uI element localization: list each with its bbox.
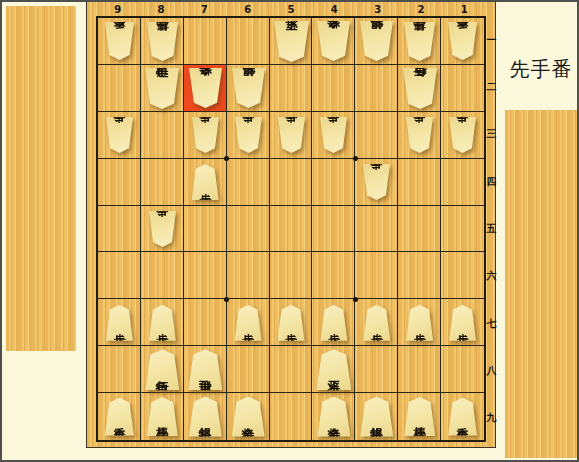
file-label: 1	[443, 2, 486, 16]
piece-body: 桂馬	[147, 22, 178, 61]
piece-kanji: 歩兵	[328, 133, 340, 138]
shogi-piece-3d[interactable]: 歩兵	[363, 164, 390, 200]
piece-kanji: 桂馬	[156, 414, 168, 419]
shogi-app: 987654321 香車桂馬王将金将銀将桂馬香車飛車金将銀将角行歩兵歩兵歩兵歩兵…	[0, 0, 579, 462]
piece-body: 歩兵	[106, 117, 133, 153]
piece-body: 飛車	[145, 68, 179, 109]
rank-label: 一	[486, 16, 497, 63]
square-7a[interactable]	[184, 18, 227, 65]
square-2f[interactable]	[398, 252, 441, 299]
square-7f[interactable]	[184, 252, 227, 299]
shogi-board: 987654321 香車桂馬王将金将銀将桂馬香車飛車金将銀将角行歩兵歩兵歩兵歩兵…	[86, 2, 496, 448]
turn-indicator: 先手番	[502, 56, 579, 83]
piece-body: 金将	[189, 68, 222, 108]
piece-kanji: 香車	[457, 39, 469, 44]
file-label: 4	[313, 2, 356, 16]
piece-body: 歩兵	[449, 117, 476, 153]
rank-labels: 一二三四五六七八九	[486, 16, 497, 442]
square-3f[interactable]	[355, 252, 398, 299]
piece-body: 王将	[274, 21, 309, 62]
piece-kanji: 歩兵	[371, 180, 383, 185]
shogi-piece-5a[interactable]: 王将	[274, 21, 309, 62]
square-3h[interactable]	[355, 346, 398, 393]
square-6a[interactable]	[227, 18, 270, 65]
shogi-piece-7h[interactable]: 飛車	[188, 349, 222, 390]
piece-body: 玉将	[316, 349, 351, 390]
square-5i[interactable]	[270, 393, 313, 440]
piece-kanji: 銀将	[199, 414, 212, 419]
file-label: 3	[356, 2, 399, 16]
piece-body: 銀将	[232, 68, 265, 108]
piece-kanji: 歩兵	[113, 320, 125, 325]
square-9e[interactable]	[98, 206, 141, 253]
piece-body: 角行	[403, 68, 437, 109]
shogi-piece-1c[interactable]: 歩兵	[449, 117, 476, 153]
rank-label: 九	[486, 395, 497, 442]
shogi-piece-7i[interactable]: 銀将	[189, 397, 222, 437]
piece-kanji: 金将	[199, 86, 212, 91]
file-label: 8	[139, 2, 182, 16]
square-6e[interactable]	[227, 206, 270, 253]
piece-body: 桂馬	[404, 22, 435, 61]
rank-label: 五	[486, 205, 497, 252]
square-2d[interactable]	[398, 159, 441, 206]
shogi-piece-9g[interactable]: 歩兵	[106, 305, 133, 341]
shogi-piece-9c[interactable]: 歩兵	[106, 117, 133, 153]
square-9h[interactable]	[98, 346, 141, 393]
shogi-piece-2i[interactable]: 桂馬	[404, 397, 435, 436]
piece-body: 香車	[105, 22, 134, 60]
square-9f[interactable]	[98, 252, 141, 299]
square-4d[interactable]	[312, 159, 355, 206]
rank-label: 七	[486, 300, 497, 347]
piece-kanji: 歩兵	[457, 133, 469, 138]
piece-body: 銀将	[360, 397, 393, 437]
piece-body: 飛車	[188, 349, 222, 390]
square-1h[interactable]	[441, 346, 484, 393]
shogi-piece-6g[interactable]: 歩兵	[235, 305, 262, 341]
piece-kanji: 金将	[327, 39, 340, 44]
piece-kanji: 香車	[113, 414, 125, 419]
shogi-piece-8b[interactable]: 飛車	[145, 68, 179, 109]
shogi-piece-8i[interactable]: 桂馬	[147, 397, 178, 436]
square-2e[interactable]	[398, 206, 441, 253]
square-5e[interactable]	[270, 206, 313, 253]
piece-kanji: 歩兵	[285, 133, 297, 138]
square-4b[interactable]	[312, 65, 355, 112]
file-label: 7	[183, 2, 226, 16]
shogi-piece-1a[interactable]: 香車	[448, 22, 477, 60]
piece-kanji: 歩兵	[199, 180, 211, 185]
shogi-piece-7b[interactable]: 金将	[189, 68, 222, 108]
square-3c[interactable]	[355, 112, 398, 159]
piece-kanji: 香車	[457, 414, 469, 419]
square-1d[interactable]	[441, 159, 484, 206]
piece-kanji: 銀将	[370, 414, 383, 419]
piece-kanji: 角行	[156, 367, 169, 372]
shogi-piece-6i[interactable]: 金将	[232, 397, 265, 437]
piece-kanji: 香車	[113, 39, 125, 44]
shogi-piece-4c[interactable]: 歩兵	[320, 117, 347, 153]
piece-kanji: 歩兵	[199, 133, 211, 138]
piece-body: 歩兵	[406, 117, 433, 153]
square-4e[interactable]	[312, 206, 355, 253]
piece-body: 歩兵	[192, 117, 219, 153]
piece-body: 歩兵	[278, 305, 305, 341]
square-5h[interactable]	[270, 346, 313, 393]
piece-kanji: 桂馬	[414, 39, 426, 44]
square-3e[interactable]	[355, 206, 398, 253]
shogi-piece-9a[interactable]: 香車	[105, 22, 134, 60]
shogi-piece-2a[interactable]: 桂馬	[404, 22, 435, 61]
square-8f[interactable]	[141, 252, 184, 299]
piece-body: 角行	[145, 349, 179, 390]
file-label: 2	[399, 2, 442, 16]
square-9d[interactable]	[98, 159, 141, 206]
piece-kanji: 飛車	[156, 86, 169, 91]
shogi-piece-2b[interactable]: 角行	[403, 68, 437, 109]
piece-kanji: 歩兵	[371, 320, 383, 325]
piece-body: 金将	[317, 397, 350, 437]
star-point	[224, 297, 229, 302]
shogi-piece-3g[interactable]: 歩兵	[363, 305, 390, 341]
square-5f[interactable]	[270, 252, 313, 299]
piece-kanji: 歩兵	[414, 320, 426, 325]
shogi-piece-2g[interactable]: 歩兵	[406, 305, 433, 341]
rank-label: 二	[486, 63, 497, 110]
piece-body: 歩兵	[192, 164, 219, 200]
piece-kanji: 銀将	[370, 39, 383, 44]
piece-kanji: 王将	[285, 39, 298, 44]
shogi-piece-5g[interactable]: 歩兵	[278, 305, 305, 341]
piece-body: 歩兵	[363, 164, 390, 200]
shogi-piece-9i[interactable]: 香車	[105, 398, 134, 436]
shogi-piece-3a[interactable]: 銀将	[360, 21, 393, 61]
piece-kanji: 歩兵	[457, 320, 469, 325]
piece-kanji: 歩兵	[414, 133, 426, 138]
shogi-piece-8a[interactable]: 桂馬	[147, 22, 178, 61]
piece-kanji: 金将	[242, 414, 255, 419]
piece-body: 歩兵	[406, 305, 433, 341]
shogi-piece-8h[interactable]: 角行	[145, 349, 179, 390]
shogi-piece-7c[interactable]: 歩兵	[192, 117, 219, 153]
piece-body: 銀将	[189, 397, 222, 437]
piece-body: 桂馬	[147, 397, 178, 436]
piece-body: 金将	[232, 397, 265, 437]
piece-kanji: 歩兵	[156, 227, 168, 232]
file-label: 5	[269, 2, 312, 16]
shogi-piece-4i[interactable]: 金将	[317, 397, 350, 437]
shogi-piece-8e[interactable]: 歩兵	[149, 211, 176, 247]
shogi-piece-2c[interactable]: 歩兵	[406, 117, 433, 153]
piece-body: 香車	[448, 398, 477, 436]
square-4f[interactable]	[312, 252, 355, 299]
piece-body: 金将	[317, 21, 350, 61]
piece-body: 銀将	[360, 21, 393, 61]
piece-body: 歩兵	[320, 117, 347, 153]
shogi-piece-4h[interactable]: 玉将	[316, 349, 351, 390]
shogi-piece-1i[interactable]: 香車	[448, 398, 477, 436]
rank-label: 八	[486, 347, 497, 394]
star-point	[353, 156, 358, 161]
shogi-piece-6c[interactable]: 歩兵	[235, 117, 262, 153]
piece-kanji: 歩兵	[285, 320, 297, 325]
piece-body: 歩兵	[149, 305, 176, 341]
file-label: 9	[96, 2, 139, 16]
rank-label: 六	[486, 253, 497, 300]
shogi-piece-7d[interactable]: 歩兵	[192, 164, 219, 200]
piece-kanji: 歩兵	[156, 320, 168, 325]
piece-body: 香車	[105, 398, 134, 436]
piece-kanji: 歩兵	[328, 320, 340, 325]
piece-kanji: 金将	[327, 414, 340, 419]
piece-kanji: 歩兵	[113, 133, 125, 138]
square-1b[interactable]	[441, 65, 484, 112]
shogi-piece-4a[interactable]: 金将	[317, 21, 350, 61]
square-6h[interactable]	[227, 346, 270, 393]
shogi-piece-4g[interactable]: 歩兵	[320, 305, 347, 341]
square-2h[interactable]	[398, 346, 441, 393]
square-7g[interactable]	[184, 299, 227, 346]
piece-kanji: 桂馬	[156, 39, 168, 44]
square-6d[interactable]	[227, 159, 270, 206]
rank-label: 四	[486, 158, 497, 205]
gote-piece-stand	[6, 6, 76, 351]
square-7e[interactable]	[184, 206, 227, 253]
star-point	[353, 297, 358, 302]
square-5d[interactable]	[270, 159, 313, 206]
square-3b[interactable]	[355, 65, 398, 112]
piece-body: 歩兵	[278, 117, 305, 153]
piece-body: 歩兵	[149, 211, 176, 247]
shogi-piece-5c[interactable]: 歩兵	[278, 117, 305, 153]
piece-kanji: 銀将	[242, 86, 255, 91]
shogi-piece-1g[interactable]: 歩兵	[449, 305, 476, 341]
piece-body: 歩兵	[363, 305, 390, 341]
board-grid: 香車桂馬王将金将銀将桂馬香車飛車金将銀将角行歩兵歩兵歩兵歩兵歩兵歩兵歩兵歩兵歩兵…	[96, 16, 486, 442]
piece-body: 香車	[448, 22, 477, 60]
piece-body: 歩兵	[449, 305, 476, 341]
sente-piece-stand	[505, 110, 577, 458]
rank-label: 三	[486, 111, 497, 158]
piece-kanji: 歩兵	[242, 133, 254, 138]
shogi-piece-8g[interactable]: 歩兵	[149, 305, 176, 341]
piece-kanji: 玉将	[327, 367, 340, 372]
piece-kanji: 飛車	[199, 367, 212, 372]
piece-body: 桂馬	[404, 397, 435, 436]
file-labels: 987654321	[96, 2, 486, 16]
square-8c[interactable]	[141, 112, 184, 159]
piece-kanji: 歩兵	[242, 320, 254, 325]
piece-body: 歩兵	[235, 305, 262, 341]
square-5b[interactable]	[270, 65, 313, 112]
piece-body: 歩兵	[320, 305, 347, 341]
square-1f[interactable]	[441, 252, 484, 299]
file-label: 6	[226, 2, 269, 16]
piece-body: 歩兵	[106, 305, 133, 341]
square-1e[interactable]	[441, 206, 484, 253]
piece-body: 歩兵	[235, 117, 262, 153]
square-9b[interactable]	[98, 65, 141, 112]
square-8d[interactable]	[141, 159, 184, 206]
square-6f[interactable]	[227, 252, 270, 299]
shogi-piece-6b[interactable]: 銀将	[232, 68, 265, 108]
piece-kanji: 桂馬	[414, 414, 426, 419]
piece-kanji: 角行	[413, 86, 426, 91]
shogi-piece-3i[interactable]: 銀将	[360, 397, 393, 437]
